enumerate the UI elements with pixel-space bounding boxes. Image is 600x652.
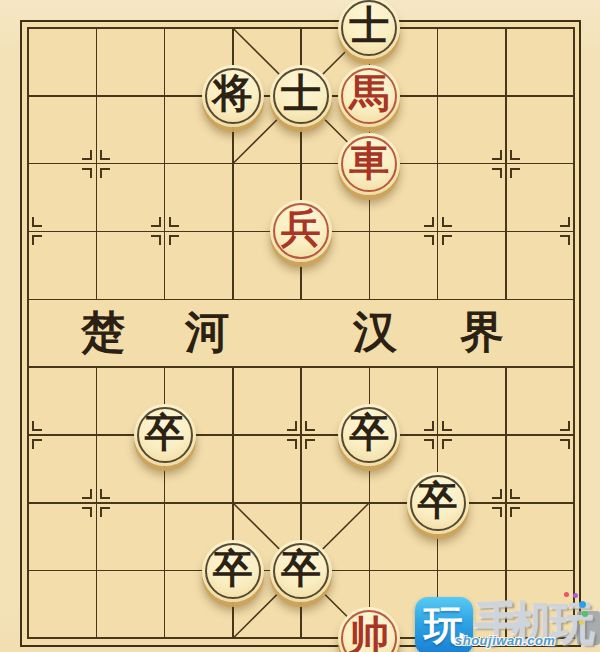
point-marker — [510, 150, 520, 160]
point-marker — [492, 150, 502, 160]
point-marker — [510, 168, 520, 178]
piece-glyph: 卒 — [145, 413, 185, 453]
piece-glyph: 卒 — [418, 481, 458, 521]
point-marker — [100, 507, 110, 517]
piece-black-general[interactable]: 将 — [202, 65, 264, 127]
point-marker — [169, 217, 179, 227]
river-label-he: 河 — [185, 311, 229, 355]
point-marker — [169, 235, 179, 245]
point-marker — [424, 421, 434, 431]
point-marker — [424, 439, 434, 449]
piece-black-soldier[interactable]: 卒 — [202, 540, 264, 602]
point-marker — [560, 217, 570, 227]
point-marker — [82, 507, 92, 517]
point-marker — [32, 439, 42, 449]
point-marker — [151, 217, 161, 227]
point-marker — [32, 235, 42, 245]
point-marker — [442, 421, 452, 431]
river-label-han: 汉 — [353, 311, 397, 355]
point-marker — [82, 489, 92, 499]
point-marker — [442, 235, 452, 245]
xiangqi-app-screenshot: 楚 河 汉 界 士将士馬車兵卒卒卒卒卒帅 玩 手机玩 shoujiwan.com — [0, 0, 600, 652]
piece-glyph: 卒 — [349, 413, 389, 453]
piece-glyph: 馬 — [349, 74, 389, 114]
piece-glyph: 士 — [281, 74, 321, 114]
confetti-dot — [573, 593, 578, 598]
point-marker — [442, 217, 452, 227]
grid-line — [96, 27, 98, 299]
piece-black-soldier[interactable]: 卒 — [338, 404, 400, 466]
point-marker — [82, 150, 92, 160]
piece-glyph: 将 — [213, 74, 253, 114]
point-marker — [424, 217, 434, 227]
point-marker — [32, 421, 42, 431]
river-label-jie: 界 — [460, 311, 504, 355]
piece-black-soldier[interactable]: 卒 — [270, 540, 332, 602]
piece-black-soldier[interactable]: 卒 — [134, 404, 196, 466]
grid-line — [437, 27, 439, 299]
point-marker — [560, 421, 570, 431]
point-marker — [100, 150, 110, 160]
point-marker — [305, 421, 315, 431]
grid-line — [27, 27, 29, 639]
grid-line — [505, 27, 507, 299]
piece-glyph: 車 — [349, 142, 389, 182]
point-marker — [492, 489, 502, 499]
piece-glyph: 卒 — [281, 549, 321, 589]
point-marker — [100, 489, 110, 499]
piece-black-advisor[interactable]: 士 — [270, 65, 332, 127]
piece-glyph: 兵 — [281, 209, 321, 249]
grid-line — [164, 27, 166, 299]
piece-red-chariot[interactable]: 車 — [338, 133, 400, 195]
point-marker — [100, 168, 110, 178]
watermark-url-text: shoujiwan.com — [455, 633, 555, 648]
piece-glyph: 卒 — [213, 549, 253, 589]
piece-glyph: 帅 — [349, 616, 389, 652]
confetti-dot — [564, 592, 569, 597]
point-marker — [560, 439, 570, 449]
point-marker — [560, 235, 570, 245]
point-marker — [424, 235, 434, 245]
point-marker — [442, 439, 452, 449]
point-marker — [510, 489, 520, 499]
point-marker — [287, 439, 297, 449]
confetti-dot — [579, 620, 584, 625]
point-marker — [305, 439, 315, 449]
piece-glyph: 士 — [349, 6, 389, 46]
point-marker — [492, 507, 502, 517]
point-marker — [32, 217, 42, 227]
piece-red-horse[interactable]: 馬 — [338, 65, 400, 127]
grid-line — [573, 27, 575, 639]
grid-line — [96, 367, 98, 639]
confetti-dot — [579, 601, 586, 608]
piece-black-soldier[interactable]: 卒 — [407, 472, 469, 534]
river-label-chu: 楚 — [81, 311, 125, 355]
point-marker — [151, 235, 161, 245]
point-marker — [82, 168, 92, 178]
point-marker — [510, 507, 520, 517]
point-marker — [492, 168, 502, 178]
point-marker — [287, 421, 297, 431]
confetti-dot — [582, 611, 588, 617]
